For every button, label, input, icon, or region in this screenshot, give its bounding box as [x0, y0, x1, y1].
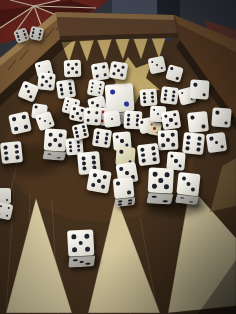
die-pip — [197, 137, 201, 141]
pip-cell — [24, 36, 28, 40]
die-pip — [164, 185, 169, 190]
die-pip — [5, 214, 8, 217]
pip-cell — [171, 142, 176, 147]
die-top-6 — [0, 141, 23, 164]
die-pip — [95, 119, 98, 122]
die-pip — [77, 149, 80, 152]
die-top-face — [13, 27, 29, 43]
pip-cell — [151, 99, 155, 103]
die-top-face — [86, 168, 111, 193]
die-pip — [152, 184, 157, 189]
pip-cell — [5, 198, 9, 202]
die-top-face — [148, 56, 167, 75]
die-pip — [79, 116, 82, 119]
die-pip — [85, 247, 90, 252]
die-front-face — [175, 194, 199, 205]
die-top-3 — [175, 172, 200, 205]
die-front-face — [115, 197, 135, 207]
pip-cell — [219, 144, 224, 149]
die-top-face — [0, 141, 23, 164]
pip-cell — [84, 246, 91, 253]
pip-cell — [171, 98, 176, 103]
die-top-6 — [87, 79, 106, 98]
die-top-face — [92, 128, 112, 148]
pip-cell — [84, 263, 91, 266]
die-pip — [161, 143, 165, 147]
die-top-face — [64, 60, 82, 78]
die-top-2 — [211, 107, 232, 128]
pip-cell — [159, 66, 164, 71]
die-top-5 — [64, 60, 82, 78]
die-pip — [84, 234, 89, 239]
die-pip — [15, 155, 19, 159]
die-pip — [78, 241, 83, 246]
pip-cell — [5, 213, 10, 218]
die-top-4 — [8, 111, 32, 135]
pip-cell — [57, 143, 63, 149]
die-pip — [202, 93, 206, 97]
die-top-2 — [113, 177, 136, 207]
die-top-5 — [147, 167, 174, 204]
pip-cell — [48, 84, 53, 89]
photo-backgammon-dice — [0, 0, 236, 314]
pip-cell — [151, 156, 157, 162]
die-pip — [57, 157, 61, 159]
die-top-face — [72, 123, 90, 141]
pip-cell — [56, 157, 62, 159]
pip-cell — [78, 116, 82, 120]
die-pip — [161, 133, 165, 137]
die-pip — [104, 73, 107, 76]
die-top-face — [37, 72, 56, 91]
die-top-face — [113, 177, 135, 199]
die-pip — [58, 144, 62, 148]
die-pip — [224, 121, 228, 125]
die-pip — [201, 124, 205, 128]
die-pip — [153, 172, 158, 177]
die-pip — [48, 132, 52, 136]
pip-cell — [126, 190, 131, 195]
die-top-face — [139, 88, 157, 106]
die-pip — [24, 36, 27, 39]
die-pip — [191, 188, 195, 192]
die-pip — [151, 100, 154, 103]
die-top-5 — [86, 168, 111, 193]
die-pip — [220, 145, 224, 149]
die-top-5 — [67, 229, 95, 267]
die-top-3 — [148, 56, 167, 75]
die-top-6 — [13, 27, 29, 43]
pip-cell — [120, 73, 125, 78]
pip-cell — [103, 72, 108, 77]
die-pip — [82, 167, 86, 171]
die-pip — [171, 143, 175, 147]
pip-cell — [174, 121, 179, 126]
die-top-5 — [37, 72, 56, 91]
pip-cell — [28, 94, 33, 99]
die-top-face — [44, 128, 67, 151]
pip-cell — [123, 101, 130, 108]
die-pip — [101, 185, 106, 190]
pip-cell — [100, 184, 106, 190]
pip-cell — [189, 201, 195, 203]
die-pip — [92, 155, 96, 159]
die-top-face — [137, 143, 160, 166]
die-pip — [189, 201, 193, 203]
die-pip — [178, 164, 181, 167]
die-top-face — [109, 61, 128, 80]
die-front-face — [42, 150, 66, 160]
die-pip — [127, 190, 131, 194]
pip-cell — [94, 119, 99, 124]
pip-cell — [201, 124, 206, 129]
pip-cell — [69, 90, 74, 95]
die-top-6 — [139, 88, 157, 106]
die-top-5 — [157, 129, 178, 150]
die-pip — [59, 133, 63, 137]
die-pip — [85, 263, 90, 265]
die-pip — [171, 133, 175, 137]
die-pip — [53, 138, 57, 142]
die-pip — [81, 156, 85, 160]
pip-cell — [114, 120, 118, 124]
die-top-2 — [189, 79, 209, 99]
die-pip — [152, 157, 156, 161]
pip-cell — [162, 200, 169, 203]
die-top-face — [105, 83, 135, 113]
die-top-face — [211, 107, 232, 128]
die-pip — [72, 247, 77, 252]
die-front-face — [68, 255, 95, 267]
die-top-face — [0, 202, 13, 221]
pip-cell — [195, 146, 201, 152]
die-top-face — [165, 64, 184, 83]
die-pip — [171, 98, 174, 101]
die-top-2 — [187, 111, 209, 133]
die-top-face — [67, 229, 94, 256]
pip-cell — [14, 154, 20, 160]
die-pip — [166, 138, 170, 142]
die-pip — [124, 102, 129, 107]
pip-cell — [223, 120, 228, 125]
die-top-face — [91, 62, 111, 82]
die-pip — [160, 66, 163, 69]
pip-cell — [48, 121, 53, 126]
die-top-face — [187, 111, 209, 133]
die-pip — [92, 160, 96, 164]
die-top-face — [160, 86, 179, 105]
die-top-face — [8, 111, 32, 135]
die-pip — [197, 142, 201, 146]
die-top-6 — [72, 123, 90, 141]
die-pip — [49, 84, 52, 87]
die-top-face — [182, 132, 205, 155]
die-top-1 — [103, 110, 121, 128]
die-pip — [38, 36, 41, 39]
die-top-3 — [17, 80, 39, 102]
die-pip — [5, 156, 9, 160]
pip-cell — [23, 124, 29, 130]
die-top-face — [17, 80, 39, 102]
die-top-face — [206, 132, 227, 153]
die-top-6 — [137, 143, 160, 166]
die-pip — [72, 235, 77, 240]
die-pip — [104, 141, 108, 145]
die-top-4 — [91, 62, 111, 82]
die-pip — [47, 143, 51, 147]
die-top-6 — [182, 132, 205, 155]
die-top-face — [189, 79, 209, 99]
die-pip — [81, 161, 85, 165]
die-pip — [158, 178, 163, 183]
die-top-face — [87, 79, 106, 98]
pip-cell — [37, 35, 41, 39]
die-top-4 — [0, 202, 13, 221]
die-pip — [83, 133, 86, 136]
die-pip — [175, 76, 178, 79]
die-pip — [110, 89, 115, 94]
pip-cell — [97, 90, 102, 95]
pip-cell — [175, 76, 180, 81]
pip-cell — [83, 132, 87, 136]
die-top-face — [157, 129, 178, 150]
die-top-face — [29, 26, 44, 41]
die-top-face — [176, 172, 200, 196]
die-pip — [24, 125, 28, 129]
pip-cell — [75, 70, 79, 74]
die-front-face — [146, 192, 173, 204]
die-pip — [196, 147, 200, 151]
die-pip — [48, 122, 52, 126]
die-top-3 — [206, 132, 227, 153]
die-pip — [29, 95, 33, 99]
die-pip — [128, 203, 132, 204]
die-pip — [165, 172, 170, 177]
die-top-5 — [43, 128, 67, 160]
pip-cell — [127, 202, 132, 204]
die-top-face — [148, 167, 174, 193]
die-pip — [174, 122, 178, 126]
die-top-face — [161, 110, 182, 131]
die-top-face — [103, 110, 121, 128]
die-pip — [98, 91, 101, 94]
die-pip — [163, 201, 168, 203]
die-pip — [75, 71, 78, 74]
die-top-6 — [92, 128, 112, 148]
die-top-6 — [29, 26, 44, 41]
die-top-2 — [165, 64, 184, 83]
pip-cell — [103, 141, 108, 146]
dice-layer — [0, 0, 236, 314]
die-top-5 — [161, 110, 182, 131]
die-top-5 — [109, 61, 128, 80]
die-pip — [6, 199, 9, 202]
die-top-6 — [160, 86, 179, 105]
die-pip — [118, 204, 122, 205]
pip-cell — [190, 187, 196, 193]
pip-cell — [178, 163, 183, 168]
pip-cell — [163, 184, 169, 190]
die-pip — [120, 74, 123, 77]
pip-cell — [201, 92, 206, 97]
die-pip — [69, 91, 73, 95]
